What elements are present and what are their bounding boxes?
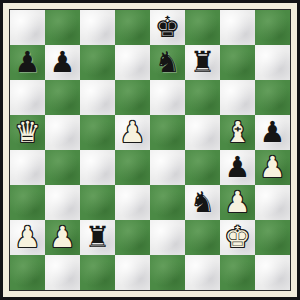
square-h5[interactable]: ♟ — [255, 115, 290, 150]
square-e6[interactable] — [150, 80, 185, 115]
black-knight-piece[interactable]: ♞ — [190, 185, 216, 220]
black-pawn-piece[interactable]: ♟ — [50, 45, 76, 80]
square-f1[interactable] — [185, 255, 220, 290]
white-pawn-piece[interactable]: ♟ — [225, 185, 251, 220]
square-h7[interactable] — [255, 45, 290, 80]
board-frame: ♚♟♟♞♜♛♟♝♟♟♟♞♟♟♟♜♚ — [0, 0, 300, 300]
square-d8[interactable] — [115, 10, 150, 45]
square-b7[interactable]: ♟ — [45, 45, 80, 80]
black-pawn-piece[interactable]: ♟ — [15, 45, 41, 80]
square-f3[interactable]: ♞ — [185, 185, 220, 220]
white-king-piece[interactable]: ♚ — [225, 220, 251, 255]
black-pawn-piece[interactable]: ♟ — [225, 150, 251, 185]
square-b5[interactable] — [45, 115, 80, 150]
square-a6[interactable] — [10, 80, 45, 115]
square-h8[interactable] — [255, 10, 290, 45]
square-g7[interactable] — [220, 45, 255, 80]
square-e1[interactable] — [150, 255, 185, 290]
square-d3[interactable] — [115, 185, 150, 220]
square-g3[interactable]: ♟ — [220, 185, 255, 220]
black-pawn-piece[interactable]: ♟ — [260, 115, 286, 150]
white-pawn-piece[interactable]: ♟ — [260, 150, 286, 185]
square-g5[interactable]: ♝ — [220, 115, 255, 150]
square-b3[interactable] — [45, 185, 80, 220]
square-a5[interactable]: ♛ — [10, 115, 45, 150]
square-h4[interactable]: ♟ — [255, 150, 290, 185]
square-g8[interactable] — [220, 10, 255, 45]
black-rook-piece[interactable]: ♜ — [85, 220, 111, 255]
square-c1[interactable] — [80, 255, 115, 290]
square-b1[interactable] — [45, 255, 80, 290]
square-a8[interactable] — [10, 10, 45, 45]
square-f4[interactable] — [185, 150, 220, 185]
square-c4[interactable] — [80, 150, 115, 185]
chess-board: ♚♟♟♞♜♛♟♝♟♟♟♞♟♟♟♜♚ — [10, 10, 290, 290]
square-a4[interactable] — [10, 150, 45, 185]
square-e7[interactable]: ♞ — [150, 45, 185, 80]
square-a2[interactable]: ♟ — [10, 220, 45, 255]
square-a7[interactable]: ♟ — [10, 45, 45, 80]
square-b8[interactable] — [45, 10, 80, 45]
black-king-piece[interactable]: ♚ — [155, 10, 181, 45]
square-e2[interactable] — [150, 220, 185, 255]
square-c3[interactable] — [80, 185, 115, 220]
square-h3[interactable] — [255, 185, 290, 220]
square-b6[interactable] — [45, 80, 80, 115]
white-bishop-piece[interactable]: ♝ — [225, 115, 251, 150]
square-d2[interactable] — [115, 220, 150, 255]
square-d5[interactable]: ♟ — [115, 115, 150, 150]
square-g1[interactable] — [220, 255, 255, 290]
square-e3[interactable] — [150, 185, 185, 220]
white-pawn-piece[interactable]: ♟ — [120, 115, 146, 150]
square-f7[interactable]: ♜ — [185, 45, 220, 80]
square-e8[interactable]: ♚ — [150, 10, 185, 45]
square-d1[interactable] — [115, 255, 150, 290]
square-c6[interactable] — [80, 80, 115, 115]
square-c5[interactable] — [80, 115, 115, 150]
square-g4[interactable]: ♟ — [220, 150, 255, 185]
black-knight-piece[interactable]: ♞ — [155, 45, 181, 80]
white-pawn-piece[interactable]: ♟ — [50, 220, 76, 255]
board-inner-border: ♚♟♟♞♜♛♟♝♟♟♟♞♟♟♟♜♚ — [9, 9, 291, 291]
square-f2[interactable] — [185, 220, 220, 255]
square-h6[interactable] — [255, 80, 290, 115]
square-b2[interactable]: ♟ — [45, 220, 80, 255]
square-b4[interactable] — [45, 150, 80, 185]
square-f5[interactable] — [185, 115, 220, 150]
square-c2[interactable]: ♜ — [80, 220, 115, 255]
square-f6[interactable] — [185, 80, 220, 115]
white-queen-piece[interactable]: ♛ — [15, 115, 41, 150]
square-d6[interactable] — [115, 80, 150, 115]
square-c8[interactable] — [80, 10, 115, 45]
square-h2[interactable] — [255, 220, 290, 255]
square-e4[interactable] — [150, 150, 185, 185]
square-a3[interactable] — [10, 185, 45, 220]
square-d7[interactable] — [115, 45, 150, 80]
square-e5[interactable] — [150, 115, 185, 150]
square-h1[interactable] — [255, 255, 290, 290]
white-pawn-piece[interactable]: ♟ — [15, 220, 41, 255]
square-g6[interactable] — [220, 80, 255, 115]
square-d4[interactable] — [115, 150, 150, 185]
square-a1[interactable] — [10, 255, 45, 290]
square-f8[interactable] — [185, 10, 220, 45]
black-rook-piece[interactable]: ♜ — [190, 45, 216, 80]
square-g2[interactable]: ♚ — [220, 220, 255, 255]
square-c7[interactable] — [80, 45, 115, 80]
